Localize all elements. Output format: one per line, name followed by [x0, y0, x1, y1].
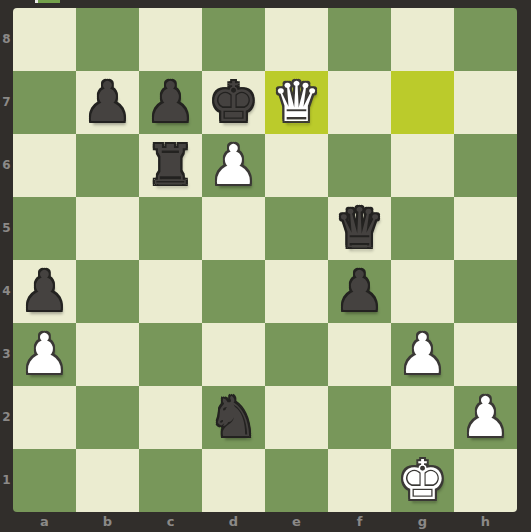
square-a1[interactable]: [13, 449, 76, 512]
square-g5[interactable]: [391, 197, 454, 260]
square-g7[interactable]: [391, 71, 454, 134]
square-c1[interactable]: [139, 449, 202, 512]
rank-label-6: 6: [0, 134, 13, 197]
rank-label-2: 2: [0, 386, 13, 449]
square-a6[interactable]: [13, 134, 76, 197]
square-e6[interactable]: [265, 134, 328, 197]
square-h6[interactable]: [454, 134, 517, 197]
square-b4[interactable]: [76, 260, 139, 323]
square-b5[interactable]: [76, 197, 139, 260]
file-label-b: b: [76, 512, 139, 532]
square-a3[interactable]: ♟: [13, 323, 76, 386]
square-c4[interactable]: [139, 260, 202, 323]
square-h3[interactable]: [454, 323, 517, 386]
black-pawn-icon[interactable]: ♟: [20, 260, 69, 323]
square-e4[interactable]: [265, 260, 328, 323]
chess-board[interactable]: ♟♟♚♛♜♟♛♟♟♟♟♞♟♚: [13, 8, 517, 512]
square-d6[interactable]: ♟: [202, 134, 265, 197]
black-queen-icon[interactable]: ♛: [335, 197, 384, 260]
square-g1[interactable]: ♚: [391, 449, 454, 512]
square-a7[interactable]: [13, 71, 76, 134]
square-b1[interactable]: [76, 449, 139, 512]
file-label-e: e: [265, 512, 328, 532]
square-f5[interactable]: ♛: [328, 197, 391, 260]
square-d5[interactable]: [202, 197, 265, 260]
square-a5[interactable]: [13, 197, 76, 260]
rank-label-1: 1: [0, 449, 13, 512]
square-a2[interactable]: [13, 386, 76, 449]
square-e1[interactable]: [265, 449, 328, 512]
square-c6[interactable]: ♜: [139, 134, 202, 197]
file-label-d: d: [202, 512, 265, 532]
square-h5[interactable]: [454, 197, 517, 260]
black-pawn-icon[interactable]: ♟: [335, 260, 384, 323]
square-a4[interactable]: ♟: [13, 260, 76, 323]
square-c8[interactable]: [139, 8, 202, 71]
square-d8[interactable]: [202, 8, 265, 71]
square-e3[interactable]: [265, 323, 328, 386]
square-a8[interactable]: [13, 8, 76, 71]
file-label-h: h: [454, 512, 517, 532]
square-b3[interactable]: [76, 323, 139, 386]
file-label-a: a: [13, 512, 76, 532]
square-b7[interactable]: ♟: [76, 71, 139, 134]
square-e2[interactable]: [265, 386, 328, 449]
square-g8[interactable]: [391, 8, 454, 71]
square-b8[interactable]: [76, 8, 139, 71]
square-h7[interactable]: [454, 71, 517, 134]
white-pawn-icon[interactable]: ♟: [209, 134, 258, 197]
white-pawn-icon[interactable]: ♟: [398, 323, 447, 386]
square-e8[interactable]: [265, 8, 328, 71]
square-f4[interactable]: ♟: [328, 260, 391, 323]
white-pawn-icon[interactable]: ♟: [20, 323, 69, 386]
black-king-icon[interactable]: ♚: [209, 71, 258, 134]
square-f1[interactable]: [328, 449, 391, 512]
square-h1[interactable]: [454, 449, 517, 512]
square-e7[interactable]: ♛: [265, 71, 328, 134]
rank-label-5: 5: [0, 197, 13, 260]
file-label-f: f: [328, 512, 391, 532]
square-c7[interactable]: ♟: [139, 71, 202, 134]
square-e5[interactable]: [265, 197, 328, 260]
square-f2[interactable]: [328, 386, 391, 449]
square-h4[interactable]: [454, 260, 517, 323]
square-b2[interactable]: [76, 386, 139, 449]
white-pawn-icon[interactable]: ♟: [461, 386, 510, 449]
rank-label-4: 4: [0, 260, 13, 323]
square-g2[interactable]: [391, 386, 454, 449]
square-g6[interactable]: [391, 134, 454, 197]
black-pawn-icon[interactable]: ♟: [83, 71, 132, 134]
rank-label-7: 7: [0, 71, 13, 134]
square-c5[interactable]: [139, 197, 202, 260]
square-d4[interactable]: [202, 260, 265, 323]
file-label-g: g: [391, 512, 454, 532]
black-knight-icon[interactable]: ♞: [209, 386, 258, 449]
square-d7[interactable]: ♚: [202, 71, 265, 134]
white-king-icon[interactable]: ♚: [398, 449, 447, 512]
square-d1[interactable]: [202, 449, 265, 512]
white-queen-icon[interactable]: ♛: [272, 71, 321, 134]
square-g3[interactable]: ♟: [391, 323, 454, 386]
black-pawn-icon[interactable]: ♟: [146, 71, 195, 134]
square-g4[interactable]: [391, 260, 454, 323]
square-f8[interactable]: [328, 8, 391, 71]
square-h2[interactable]: ♟: [454, 386, 517, 449]
rank-label-8: 8: [0, 8, 13, 71]
square-c2[interactable]: [139, 386, 202, 449]
square-f3[interactable]: [328, 323, 391, 386]
square-c3[interactable]: [139, 323, 202, 386]
black-rook-icon[interactable]: ♜: [146, 134, 195, 197]
square-b6[interactable]: [76, 134, 139, 197]
square-f7[interactable]: [328, 71, 391, 134]
rank-label-3: 3: [0, 323, 13, 386]
square-d3[interactable]: [202, 323, 265, 386]
square-f6[interactable]: [328, 134, 391, 197]
square-d2[interactable]: ♞: [202, 386, 265, 449]
offscreen-ui-fragment-green: [38, 0, 60, 3]
square-h8[interactable]: [454, 8, 517, 71]
file-label-c: c: [139, 512, 202, 532]
